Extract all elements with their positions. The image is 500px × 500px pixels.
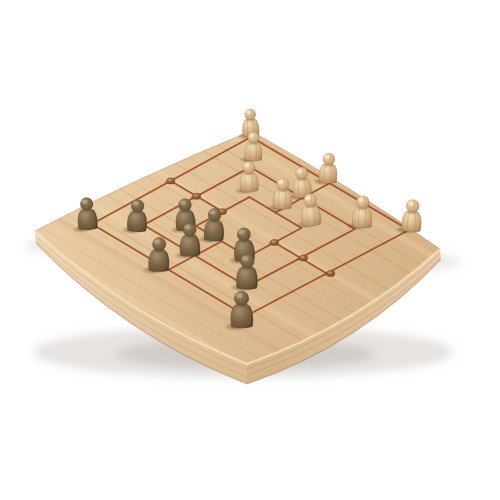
product-photo-scene bbox=[0, 0, 500, 500]
